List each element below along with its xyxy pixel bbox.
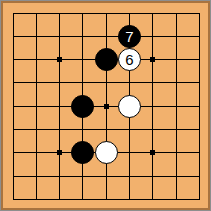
stone-white[interactable] xyxy=(118,95,141,118)
move-number: 7 xyxy=(125,29,133,44)
move-number: 6 xyxy=(125,52,133,67)
stone-black-numbered[interactable]: 7 xyxy=(118,25,141,48)
stone-white-numbered[interactable]: 6 xyxy=(118,48,141,71)
stone-black[interactable] xyxy=(71,95,94,118)
stones-layer: 76 xyxy=(3,3,208,208)
stone-white[interactable] xyxy=(95,141,118,164)
go-board[interactable]: 76 xyxy=(0,0,211,211)
stone-black[interactable] xyxy=(71,141,94,164)
stone-black[interactable] xyxy=(95,48,118,71)
